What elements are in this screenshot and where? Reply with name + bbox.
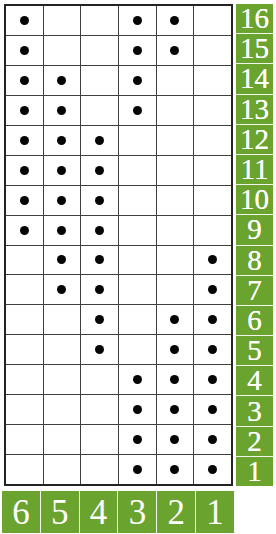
column-label-1: 1 (196, 491, 234, 533)
grid-cell-r15-c4 (81, 36, 118, 65)
dot (57, 255, 66, 264)
dot (208, 345, 217, 354)
dot (57, 136, 66, 145)
dot (208, 465, 217, 474)
row-label-4: 4 (236, 366, 273, 395)
grid-cell-r14-c5 (44, 66, 81, 95)
grid-cell-r5-c5 (44, 335, 81, 364)
grid-cell-r7-c2 (157, 275, 194, 304)
dot (20, 106, 29, 115)
grid-cell-r8-c6 (6, 246, 43, 275)
grid-cell-r10-c6 (6, 186, 43, 215)
grid-cell-r16-c4 (81, 6, 118, 35)
grid-cell-r13-c6 (6, 96, 43, 125)
row-label-13: 13 (236, 95, 273, 124)
dot (20, 196, 29, 205)
grid-cell-r5-c3 (119, 335, 156, 364)
grid-cell-r1-c4 (81, 455, 118, 484)
grid-cell-r8-c2 (157, 246, 194, 275)
dot (95, 226, 104, 235)
grid-cell-r2-c3 (119, 425, 156, 454)
dot (170, 435, 179, 444)
dot (170, 46, 179, 55)
grid-cell-r15-c2 (157, 36, 194, 65)
row-label-5: 5 (236, 336, 273, 365)
grid-cell-r2-c5 (44, 425, 81, 454)
grid-cell-r14-c1 (194, 66, 231, 95)
grid-cell-r3-c4 (81, 395, 118, 424)
grid-cell-r10-c3 (119, 186, 156, 215)
dot (95, 255, 104, 264)
dot (57, 285, 66, 294)
row-label-7: 7 (236, 276, 273, 305)
grid-cell-r9-c4 (81, 216, 118, 245)
grid-cell-r9-c6 (6, 216, 43, 245)
row-labels: 16151413121110987654321 (236, 4, 273, 486)
grid-cell-r14-c3 (119, 66, 156, 95)
grid-cell-r4-c6 (6, 365, 43, 394)
grid-cell-r9-c1 (194, 216, 231, 245)
grid-cell-r11-c3 (119, 156, 156, 185)
grid-cell-r12-c6 (6, 126, 43, 155)
grid-cell-r9-c2 (157, 216, 194, 245)
grid-cell-r1-c1 (194, 455, 231, 484)
dot (208, 405, 217, 414)
dot (170, 315, 179, 324)
row-label-9: 9 (236, 215, 273, 244)
dot (133, 405, 142, 414)
grid-cell-r8-c3 (119, 246, 156, 275)
dot (20, 226, 29, 235)
dot (170, 345, 179, 354)
row-label-16: 16 (236, 4, 273, 33)
grid-cell-r14-c6 (6, 66, 43, 95)
dot (208, 435, 217, 444)
dot-grid (4, 4, 233, 486)
grid-cell-r10-c2 (157, 186, 194, 215)
grid-cell-r3-c6 (6, 395, 43, 424)
row-label-2: 2 (236, 427, 273, 456)
grid-cell-r2-c2 (157, 425, 194, 454)
grid-cell-r5-c1 (194, 335, 231, 364)
grid-cell-r16-c2 (157, 6, 194, 35)
grid-cell-r4-c4 (81, 365, 118, 394)
dot (208, 375, 217, 384)
grid-cell-r12-c5 (44, 126, 81, 155)
dot (95, 315, 104, 324)
grid-cell-r8-c1 (194, 246, 231, 275)
grid-cell-r6-c4 (81, 305, 118, 334)
dot (20, 166, 29, 175)
grid-cell-r4-c5 (44, 365, 81, 394)
grid-cell-r11-c4 (81, 156, 118, 185)
grid-cell-r1-c6 (6, 455, 43, 484)
grid-cell-r11-c2 (157, 156, 194, 185)
grid-cell-r1-c3 (119, 455, 156, 484)
grid-cell-r13-c1 (194, 96, 231, 125)
grid-cell-r5-c4 (81, 335, 118, 364)
grid-cell-r3-c1 (194, 395, 231, 424)
grid-cell-r1-c5 (44, 455, 81, 484)
column-label-4: 4 (80, 491, 118, 533)
grid-cell-r15-c1 (194, 36, 231, 65)
dot-grid-figure: 16151413121110987654321 654321 (0, 0, 276, 534)
dot (133, 16, 142, 25)
grid-cell-r11-c5 (44, 156, 81, 185)
dot (170, 465, 179, 474)
grid-cell-r15-c6 (6, 36, 43, 65)
grid-cell-r13-c2 (157, 96, 194, 125)
dot (95, 345, 104, 354)
grid-cell-r15-c5 (44, 36, 81, 65)
grid-cell-r2-c4 (81, 425, 118, 454)
row-label-1: 1 (236, 457, 273, 486)
grid-cell-r1-c2 (157, 455, 194, 484)
grid-cell-r13-c5 (44, 96, 81, 125)
dot (57, 166, 66, 175)
dot (133, 76, 142, 85)
grid-cell-r14-c4 (81, 66, 118, 95)
dot (208, 285, 217, 294)
dot (95, 136, 104, 145)
grid-cell-r2-c1 (194, 425, 231, 454)
grid-cell-r3-c2 (157, 395, 194, 424)
grid-cell-r10-c1 (194, 186, 231, 215)
row-label-8: 8 (236, 246, 273, 275)
dot (20, 16, 29, 25)
grid-cell-r9-c5 (44, 216, 81, 245)
dot (57, 106, 66, 115)
grid-cell-r6-c5 (44, 305, 81, 334)
grid-cell-r14-c2 (157, 66, 194, 95)
grid-cell-r7-c1 (194, 275, 231, 304)
grid-cell-r6-c1 (194, 305, 231, 334)
grid-cell-r3-c3 (119, 395, 156, 424)
dot (170, 375, 179, 384)
grid-cell-r12-c4 (81, 126, 118, 155)
column-label-5: 5 (41, 491, 79, 533)
grid-cell-r16-c1 (194, 6, 231, 35)
column-label-6: 6 (2, 491, 40, 533)
grid-cell-r5-c6 (6, 335, 43, 364)
dot (170, 405, 179, 414)
row-label-12: 12 (236, 125, 273, 154)
grid-cell-r16-c6 (6, 6, 43, 35)
grid-cell-r7-c5 (44, 275, 81, 304)
grid-cell-r12-c3 (119, 126, 156, 155)
dot (133, 435, 142, 444)
row-label-3: 3 (236, 396, 273, 425)
grid-cell-r6-c6 (6, 305, 43, 334)
row-label-15: 15 (236, 34, 273, 63)
grid-cell-r4-c1 (194, 365, 231, 394)
dot (57, 196, 66, 205)
grid-cell-r10-c5 (44, 186, 81, 215)
dot (95, 196, 104, 205)
grid-cell-r15-c3 (119, 36, 156, 65)
grid-cell-r13-c4 (81, 96, 118, 125)
column-label-3: 3 (118, 491, 156, 533)
dot (133, 465, 142, 474)
dot (208, 255, 217, 264)
dot (57, 76, 66, 85)
grid-cell-r5-c2 (157, 335, 194, 364)
grid-cell-r6-c3 (119, 305, 156, 334)
grid-cell-r11-c6 (6, 156, 43, 185)
row-label-10: 10 (236, 185, 273, 214)
row-label-6: 6 (236, 306, 273, 335)
column-label-2: 2 (157, 491, 195, 533)
dot (170, 16, 179, 25)
dot (20, 76, 29, 85)
grid-cell-r16-c5 (44, 6, 81, 35)
grid-cell-r6-c2 (157, 305, 194, 334)
grid-cell-r7-c6 (6, 275, 43, 304)
grid-cell-r3-c5 (44, 395, 81, 424)
column-labels: 654321 (2, 491, 234, 533)
dot (20, 46, 29, 55)
grid-cell-r10-c4 (81, 186, 118, 215)
dot (95, 285, 104, 294)
dot (208, 315, 217, 324)
dot (20, 136, 29, 145)
grid-cell-r13-c3 (119, 96, 156, 125)
dot (133, 106, 142, 115)
grid-cell-r12-c1 (194, 126, 231, 155)
dot (133, 375, 142, 384)
grid-cell-r8-c5 (44, 246, 81, 275)
grid-cell-r4-c3 (119, 365, 156, 394)
grid-cell-r7-c3 (119, 275, 156, 304)
grid-cell-r8-c4 (81, 246, 118, 275)
grid-cell-r7-c4 (81, 275, 118, 304)
grid-cell-r16-c3 (119, 6, 156, 35)
grid-cell-r2-c6 (6, 425, 43, 454)
row-label-11: 11 (236, 155, 273, 184)
grid-cell-r12-c2 (157, 126, 194, 155)
grid-cell-r11-c1 (194, 156, 231, 185)
dot (133, 46, 142, 55)
grid-cell-r9-c3 (119, 216, 156, 245)
grid-cell-r4-c2 (157, 365, 194, 394)
dot (57, 226, 66, 235)
dot (95, 166, 104, 175)
row-label-14: 14 (236, 64, 273, 93)
